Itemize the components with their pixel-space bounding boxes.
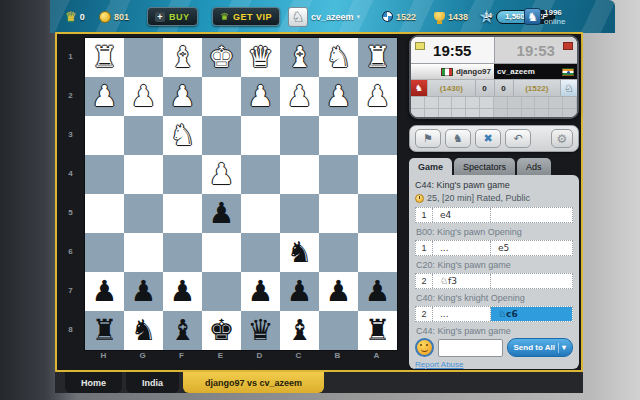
buy-label: BUY (169, 12, 190, 22)
square-c6[interactable]: ♞ (280, 233, 319, 272)
square-h2[interactable]: ♟ (85, 77, 124, 116)
undo-button[interactable]: ↶ (505, 129, 531, 148)
user-menu[interactable]: ♘ cv_azeem ▾ (288, 0, 360, 33)
move-row: 2♘f3 (415, 273, 573, 289)
square-a8[interactable]: ♜ (358, 311, 397, 350)
black-avatar-icon: ♘ (561, 80, 577, 96)
white-knight[interactable]: ♞ (170, 116, 196, 155)
tray-slot (480, 97, 494, 109)
opening-name: C20: King's pawn game (415, 257, 573, 272)
clock-row: 19:55 19:53 (411, 37, 577, 64)
white-player-name: django97 (456, 67, 491, 76)
square-b3[interactable] (319, 116, 358, 155)
square-c1[interactable]: ♝ (280, 38, 319, 77)
crowns-counter: ♛ 0 (65, 0, 85, 33)
move-row: 1...e5 (415, 240, 573, 256)
square-f2[interactable]: ♟ (163, 77, 202, 116)
square-c4[interactable] (280, 155, 319, 194)
trophy-icon (434, 12, 445, 21)
square-d5[interactable] (241, 194, 280, 233)
white-player-cell: django97 (411, 64, 494, 79)
move-number: 2 (416, 274, 433, 288)
white-pawn[interactable]: ♟ (287, 77, 313, 116)
plus-icon: + (155, 12, 165, 22)
online-widget: ♞ 1996 online (524, 0, 565, 33)
square-b4[interactable] (319, 155, 358, 194)
black-move[interactable] (491, 274, 572, 288)
x-icon: ✖ (483, 132, 492, 145)
rank-label: 1 (57, 37, 84, 76)
game-area: 12345678 ♜♝♚♛♝♞♜♟♟♟♟♟♟♟♞♟♟♞♟♟♟♟♟♟♟♜♞♝♚♛♝… (55, 32, 583, 372)
square-a2[interactable]: ♟ (358, 77, 397, 116)
gear-icon: ⚙ (557, 132, 568, 146)
takeback-knight-icon: ♞ (453, 132, 463, 145)
white-pawn[interactable]: ♟ (365, 77, 391, 116)
score-panel: 19:55 19:53 django97 cv_azeem ♞ (1430) 0… (409, 35, 579, 119)
black-clock: 19:53 (495, 37, 578, 63)
square-f5[interactable] (163, 194, 202, 233)
tray-slot (549, 97, 563, 109)
square-e4[interactable]: ♟ (202, 155, 241, 194)
panel-tabs: Game Spectators Ads (409, 158, 579, 175)
tab-game[interactable]: Game (409, 158, 452, 175)
black-move[interactable]: ♘c6 (491, 307, 572, 321)
white-rook[interactable]: ♜ (92, 38, 118, 77)
square-f3[interactable]: ♞ (163, 116, 202, 155)
white-pawn[interactable]: ♟ (131, 77, 157, 116)
rank-label: 2 (57, 76, 84, 115)
file-label: C (279, 349, 318, 363)
square-g7[interactable]: ♟ (124, 272, 163, 311)
square-c5[interactable] (280, 194, 319, 233)
move-number: 1 (416, 241, 433, 255)
black-player-name: cv_azeem (497, 67, 535, 76)
black-bishop[interactable]: ♝ (170, 311, 196, 350)
clock-icon (415, 194, 424, 203)
square-g3[interactable] (124, 116, 163, 155)
opening-name: B00: King's pawn Opening (415, 224, 573, 239)
vip-label: GET VIP (233, 12, 272, 22)
black-player-cell: cv_azeem (494, 64, 577, 79)
send-caret-icon: ▾ (562, 343, 566, 352)
decline-button[interactable]: ✖ (475, 129, 501, 148)
square-e2[interactable] (202, 77, 241, 116)
tray-slot (549, 109, 563, 117)
avatar: ♘ (288, 7, 308, 27)
black-king[interactable]: ♚ (209, 311, 235, 350)
rank-label: 3 (57, 115, 84, 154)
undo-arrow-icon: ↶ (513, 132, 522, 145)
tray-slot (508, 97, 522, 109)
square-d7[interactable]: ♟ (241, 272, 280, 311)
square-a6[interactable] (358, 233, 397, 272)
black-pawn[interactable]: ♟ (365, 272, 391, 311)
game-info-text: 25, [20 min] Rated, Public (427, 193, 530, 203)
player-names-row: django97 cv_azeem (411, 64, 577, 79)
square-c7[interactable]: ♟ (280, 272, 319, 311)
white-clock: 19:55 (411, 37, 495, 63)
move-number: 1 (416, 208, 433, 222)
square-f4[interactable] (163, 155, 202, 194)
online-label: online (544, 17, 565, 26)
tab-home[interactable]: Home (65, 372, 122, 393)
move-list: 1e4B00: King's pawn Opening1...e5C20: Ki… (415, 206, 573, 338)
tray-slot (535, 109, 549, 117)
square-a4[interactable] (358, 155, 397, 194)
rating-value: 1522 (396, 12, 416, 22)
coin-icon (99, 11, 111, 23)
square-b2[interactable]: ♟ (319, 77, 358, 116)
square-g4[interactable] (124, 155, 163, 194)
get-vip-button[interactable]: ♛ GET VIP (212, 7, 280, 26)
square-e5[interactable]: ♟ (202, 194, 241, 233)
black-rating: (1522) (514, 80, 562, 96)
white-move[interactable]: ... (433, 307, 491, 321)
square-d6[interactable] (241, 233, 280, 272)
tray-slot (480, 109, 494, 117)
square-d4[interactable] (241, 155, 280, 194)
chevron-down-icon: ▾ (357, 13, 361, 21)
black-knight[interactable]: ♞ (287, 233, 313, 272)
square-e1[interactable]: ♚ (202, 38, 241, 77)
rank-label: 8 (57, 310, 84, 349)
tray-slot (439, 109, 453, 117)
chat-input[interactable] (438, 339, 503, 357)
move-number: 2 (416, 307, 433, 321)
level-badge: ★ 14 (478, 7, 498, 27)
black-avatar-glyph: ♘ (564, 82, 574, 95)
white-king[interactable]: ♚ (209, 38, 235, 77)
crest-glyph: ♞ (415, 83, 423, 93)
black-pawn[interactable]: ♟ (92, 272, 118, 311)
crowns-count: 0 (80, 12, 85, 22)
rank-label: 6 (57, 232, 84, 271)
black-pawn[interactable]: ♟ (326, 272, 352, 311)
tray-slot (522, 97, 536, 109)
tray-slot (425, 97, 439, 109)
rating-icon (382, 11, 393, 22)
knight-glyph: ♞ (527, 10, 538, 24)
white-pawn[interactable]: ♟ (209, 155, 235, 194)
black-rook[interactable]: ♜ (365, 311, 391, 350)
black-pawn[interactable]: ♟ (170, 272, 196, 311)
square-b6[interactable] (319, 233, 358, 272)
square-e8[interactable]: ♚ (202, 311, 241, 350)
tray-slot (535, 97, 549, 109)
flag-icon: ⚑ (423, 132, 433, 145)
takeback-button[interactable]: ♞ (445, 129, 471, 148)
coins-count: 801 (114, 12, 129, 22)
square-e3[interactable] (202, 116, 241, 155)
black-pawn[interactable]: ♟ (287, 272, 313, 311)
xp-value: 1,560 (505, 12, 525, 21)
square-h4[interactable] (85, 155, 124, 194)
chess-board[interactable]: ♜♝♚♛♝♞♜♟♟♟♟♟♟♟♞♟♟♞♟♟♟♟♟♟♟♜♞♝♚♛♝♜ (84, 37, 398, 351)
tray-slot (411, 109, 425, 117)
chat-row: Send to All ▾ (415, 338, 573, 357)
square-b7[interactable]: ♟ (319, 272, 358, 311)
square-c8[interactable]: ♝ (280, 311, 319, 350)
white-move[interactable]: ♘f3 (433, 274, 491, 288)
white-pawn[interactable]: ♟ (92, 77, 118, 116)
rank-labels: 12345678 (57, 37, 84, 349)
square-h1[interactable]: ♜ (85, 38, 124, 77)
send-divider (558, 343, 559, 353)
white-knight[interactable]: ♞ (326, 38, 352, 77)
tab-india[interactable]: India (126, 372, 179, 393)
tray-slot (508, 109, 522, 117)
black-score: 0 (495, 80, 514, 96)
square-g1[interactable] (124, 38, 163, 77)
tray-slot (425, 109, 439, 117)
move-row: 2...♘c6 (415, 306, 573, 322)
move-row: 1e4 (415, 207, 573, 223)
white-pawn[interactable]: ♟ (326, 77, 352, 116)
tray-slot (452, 109, 466, 117)
white-bishop[interactable]: ♝ (170, 38, 196, 77)
smiley-icon[interactable] (415, 338, 434, 357)
captured-pieces-tray (411, 96, 577, 117)
tab-current-game[interactable]: django97 vs cv_azeem (183, 372, 324, 393)
vip-button-wrap: ♛ GET VIP (212, 0, 280, 33)
white-rook[interactable]: ♜ (365, 38, 391, 77)
resign-flag-button[interactable]: ⚑ (415, 129, 441, 148)
opening-name: C44: King's pawn game (415, 323, 573, 338)
tray-slot (494, 97, 508, 109)
rank-label: 5 (57, 193, 84, 232)
avatar-knight-icon: ♘ (291, 8, 304, 26)
tray-slot (563, 109, 577, 117)
square-g5[interactable] (124, 194, 163, 233)
square-a5[interactable] (358, 194, 397, 233)
square-a1[interactable]: ♜ (358, 38, 397, 77)
square-h7[interactable]: ♟ (85, 272, 124, 311)
square-h6[interactable] (85, 233, 124, 272)
white-bishop[interactable]: ♝ (287, 38, 313, 77)
square-d3[interactable] (241, 116, 280, 155)
black-pawn[interactable]: ♟ (209, 194, 235, 233)
opening-header: C44: King's pawn game (415, 179, 573, 193)
white-rating: (1430) (428, 80, 476, 96)
white-pawn[interactable]: ♟ (170, 77, 196, 116)
black-move[interactable] (491, 208, 572, 222)
square-h8[interactable]: ♜ (85, 311, 124, 350)
tray-slot (494, 109, 508, 117)
black-turn-indicator (563, 42, 573, 50)
tab-spectators[interactable]: Spectators (454, 158, 515, 175)
crown-icon: ♛ (65, 10, 77, 23)
square-f1[interactable]: ♝ (163, 38, 202, 77)
file-label: E (201, 349, 240, 363)
trophy-counter: 1438 (434, 0, 468, 33)
rating-counter: 1522 (382, 0, 416, 33)
square-b5[interactable] (319, 194, 358, 233)
file-label: G (123, 349, 162, 363)
square-d2[interactable]: ♟ (241, 77, 280, 116)
trophy-value: 1438 (448, 12, 468, 22)
square-h3[interactable] (85, 116, 124, 155)
square-f7[interactable]: ♟ (163, 272, 202, 311)
square-a7[interactable]: ♟ (358, 272, 397, 311)
tray-slot (522, 109, 536, 117)
square-d1[interactable]: ♛ (241, 38, 280, 77)
square-h5[interactable] (85, 194, 124, 233)
action-bar: ⚑ ♞ ✖ ↶ ⚙ (409, 125, 579, 152)
square-g6[interactable] (124, 233, 163, 272)
report-abuse-link[interactable]: Report Abuse (415, 360, 573, 369)
send-label: Send to All (514, 343, 555, 352)
coins-counter: 801 (99, 0, 129, 33)
black-queen[interactable]: ♛ (248, 311, 274, 350)
rank-label: 4 (57, 154, 84, 193)
square-e7[interactable] (202, 272, 241, 311)
rank-label: 7 (57, 271, 84, 310)
file-label: D (240, 349, 279, 363)
black-rook[interactable]: ♜ (92, 311, 118, 350)
square-f8[interactable]: ♝ (163, 311, 202, 350)
online-knight-icon: ♞ (524, 8, 541, 25)
black-knight[interactable]: ♞ (131, 311, 157, 350)
send-to-all-button[interactable]: Send to All ▾ (507, 338, 574, 357)
file-label: B (318, 349, 357, 363)
black-bishop[interactable]: ♝ (287, 311, 313, 350)
tab-ads[interactable]: Ads (517, 158, 551, 175)
tray-slot (452, 97, 466, 109)
tray-slot (466, 109, 480, 117)
right-panel: 19:55 19:53 django97 cv_azeem ♞ (1430) 0… (409, 35, 579, 369)
square-e6[interactable] (202, 233, 241, 272)
move-panel: C44: King's pawn game 25, [20 min] Rated… (409, 175, 579, 369)
white-pawn[interactable]: ♟ (248, 77, 274, 116)
tray-slot (466, 97, 480, 109)
tray-slot (411, 97, 425, 109)
settings-button[interactable]: ⚙ (551, 129, 573, 148)
tray-slot (439, 97, 453, 109)
square-a3[interactable] (358, 116, 397, 155)
white-move[interactable]: ... (433, 241, 491, 255)
username: cv_azeem (311, 12, 354, 22)
square-b1[interactable]: ♞ (319, 38, 358, 77)
black-pawn[interactable]: ♟ (248, 272, 274, 311)
file-label: F (162, 349, 201, 363)
bottom-tab-strip: Home India django97 vs cv_azeem (55, 372, 583, 393)
file-labels: HGFEDCBA (84, 349, 396, 363)
ratings-row: ♞ (1430) 0 0 (1522) ♘ (411, 79, 577, 96)
vip-crown-icon: ♛ (220, 12, 229, 22)
india-flag-icon (562, 68, 574, 76)
tray-slot (563, 97, 577, 109)
black-pawn[interactable]: ♟ (131, 272, 157, 311)
opening-name: C40: King's knight Opening (415, 290, 573, 305)
white-turn-indicator (415, 42, 425, 50)
square-g2[interactable]: ♟ (124, 77, 163, 116)
buy-button-wrap: + BUY (147, 0, 198, 33)
white-club-crest-icon: ♞ (411, 80, 428, 96)
top-bar: ♛ 0 801 + BUY ♛ GET VIP ♘ cv_azeem ▾ 152… (50, 0, 615, 33)
white-queen[interactable]: ♛ (248, 38, 274, 77)
square-b8[interactable] (319, 311, 358, 350)
level-number: 14 (478, 12, 498, 19)
italy-flag-icon (441, 68, 453, 76)
black-move[interactable]: e5 (491, 241, 572, 255)
white-move[interactable]: e4 (433, 208, 491, 222)
square-g8[interactable]: ♞ (124, 311, 163, 350)
square-f6[interactable] (163, 233, 202, 272)
buy-button[interactable]: + BUY (147, 7, 198, 26)
file-label: H (84, 349, 123, 363)
square-d8[interactable]: ♛ (241, 311, 280, 350)
square-c2[interactable]: ♟ (280, 77, 319, 116)
game-info-line: 25, [20 min] Rated, Public (415, 193, 573, 206)
square-c3[interactable] (280, 116, 319, 155)
online-count: 1996 (544, 8, 565, 17)
file-label: A (357, 349, 396, 363)
white-score: 0 (476, 80, 495, 96)
